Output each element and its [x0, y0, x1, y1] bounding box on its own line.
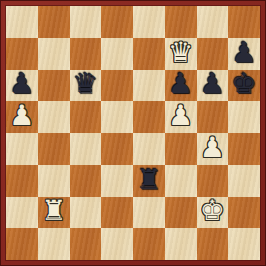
- square-d8[interactable]: [101, 6, 133, 38]
- square-d1[interactable]: [101, 228, 133, 260]
- square-g1[interactable]: [197, 228, 229, 260]
- chessboard-frame: ♛♟♟♛♟♟♚♟♟♟♜♜♚: [0, 0, 266, 266]
- square-h7[interactable]: ♟: [228, 38, 260, 70]
- square-e1[interactable]: [133, 228, 165, 260]
- square-f8[interactable]: [165, 6, 197, 38]
- square-h2[interactable]: [228, 197, 260, 229]
- piece-black-queen[interactable]: ♛: [73, 70, 98, 98]
- square-a4[interactable]: [6, 133, 38, 165]
- piece-black-pawn[interactable]: ♟: [232, 39, 257, 67]
- square-f2[interactable]: [165, 197, 197, 229]
- square-d3[interactable]: [101, 165, 133, 197]
- square-f7[interactable]: ♛: [165, 38, 197, 70]
- square-a6[interactable]: ♟: [6, 70, 38, 102]
- square-g3[interactable]: [197, 165, 229, 197]
- square-h3[interactable]: [228, 165, 260, 197]
- square-e5[interactable]: [133, 101, 165, 133]
- square-f3[interactable]: [165, 165, 197, 197]
- square-b4[interactable]: [38, 133, 70, 165]
- square-h4[interactable]: [228, 133, 260, 165]
- piece-black-pawn[interactable]: ♟: [9, 70, 34, 98]
- square-g8[interactable]: [197, 6, 229, 38]
- square-f5[interactable]: ♟: [165, 101, 197, 133]
- chessboard: ♛♟♟♛♟♟♚♟♟♟♜♜♚: [6, 6, 260, 260]
- square-e7[interactable]: [133, 38, 165, 70]
- square-a5[interactable]: ♟: [6, 101, 38, 133]
- square-b7[interactable]: [38, 38, 70, 70]
- square-b3[interactable]: [38, 165, 70, 197]
- square-a8[interactable]: [6, 6, 38, 38]
- square-c2[interactable]: [70, 197, 102, 229]
- square-c1[interactable]: [70, 228, 102, 260]
- square-h1[interactable]: [228, 228, 260, 260]
- square-g2[interactable]: ♚: [197, 197, 229, 229]
- square-e8[interactable]: [133, 6, 165, 38]
- square-d6[interactable]: [101, 70, 133, 102]
- piece-white-rook[interactable]: ♜: [41, 197, 66, 225]
- square-a7[interactable]: [6, 38, 38, 70]
- square-b2[interactable]: ♜: [38, 197, 70, 229]
- piece-black-king[interactable]: ♚: [232, 70, 257, 98]
- square-h5[interactable]: [228, 101, 260, 133]
- square-c4[interactable]: [70, 133, 102, 165]
- square-g7[interactable]: [197, 38, 229, 70]
- square-c5[interactable]: [70, 101, 102, 133]
- square-d7[interactable]: [101, 38, 133, 70]
- square-c6[interactable]: ♛: [70, 70, 102, 102]
- piece-white-pawn[interactable]: ♟: [200, 134, 225, 162]
- square-b6[interactable]: [38, 70, 70, 102]
- square-h8[interactable]: [228, 6, 260, 38]
- square-a1[interactable]: [6, 228, 38, 260]
- square-c7[interactable]: [70, 38, 102, 70]
- square-e3[interactable]: ♜: [133, 165, 165, 197]
- square-f4[interactable]: [165, 133, 197, 165]
- square-d2[interactable]: [101, 197, 133, 229]
- piece-white-pawn[interactable]: ♟: [9, 102, 34, 130]
- square-c3[interactable]: [70, 165, 102, 197]
- piece-white-queen[interactable]: ♛: [168, 39, 193, 67]
- square-b5[interactable]: [38, 101, 70, 133]
- square-f1[interactable]: [165, 228, 197, 260]
- square-h6[interactable]: ♚: [228, 70, 260, 102]
- square-g4[interactable]: ♟: [197, 133, 229, 165]
- piece-black-pawn[interactable]: ♟: [200, 70, 225, 98]
- piece-white-king[interactable]: ♚: [200, 197, 225, 225]
- square-e6[interactable]: [133, 70, 165, 102]
- square-e2[interactable]: [133, 197, 165, 229]
- square-a3[interactable]: [6, 165, 38, 197]
- square-g6[interactable]: ♟: [197, 70, 229, 102]
- piece-black-pawn[interactable]: ♟: [168, 70, 193, 98]
- square-g5[interactable]: [197, 101, 229, 133]
- square-d4[interactable]: [101, 133, 133, 165]
- square-c8[interactable]: [70, 6, 102, 38]
- piece-black-rook[interactable]: ♜: [136, 166, 161, 194]
- square-e4[interactable]: [133, 133, 165, 165]
- square-b1[interactable]: [38, 228, 70, 260]
- square-f6[interactable]: ♟: [165, 70, 197, 102]
- square-d5[interactable]: [101, 101, 133, 133]
- piece-white-pawn[interactable]: ♟: [168, 102, 193, 130]
- square-b8[interactable]: [38, 6, 70, 38]
- square-a2[interactable]: [6, 197, 38, 229]
